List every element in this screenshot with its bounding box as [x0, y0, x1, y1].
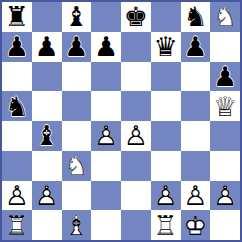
square-h7[interactable]: [210, 32, 240, 62]
piece-outline-glyph: ♙: [181, 181, 211, 211]
square-h8[interactable]: ♞♘: [210, 2, 240, 32]
white-pawn[interactable]: ♟♙: [91, 121, 121, 151]
square-b8[interactable]: [32, 2, 62, 32]
square-a4[interactable]: [2, 121, 32, 151]
square-d1[interactable]: [91, 210, 121, 240]
piece-glyph: ♟: [91, 32, 121, 62]
piece-outline-glyph: ♘: [210, 2, 240, 32]
square-b1[interactable]: [32, 210, 62, 240]
square-b6[interactable]: [32, 62, 62, 92]
piece-outline-glyph: ♙: [210, 181, 240, 211]
black-pawn[interactable]: ♟: [210, 62, 240, 92]
square-e4[interactable]: ♟♙: [121, 121, 151, 151]
piece-glyph: ♟: [210, 62, 240, 92]
square-d5[interactable]: [91, 91, 121, 121]
white-knight[interactable]: ♞♘: [62, 151, 92, 181]
white-king[interactable]: ♚♔: [181, 210, 211, 240]
square-d3[interactable]: [91, 151, 121, 181]
piece-outline-glyph: ♕: [210, 91, 240, 121]
piece-outline-glyph: ♙: [32, 181, 62, 211]
square-a3[interactable]: [2, 151, 32, 181]
square-g7[interactable]: ♟: [181, 32, 211, 62]
square-d7[interactable]: ♟: [91, 32, 121, 62]
square-g1[interactable]: ♚♔: [181, 210, 211, 240]
square-g3[interactable]: [181, 151, 211, 181]
piece-outline-glyph: ♙: [151, 181, 181, 211]
piece-outline-glyph: ♙: [91, 121, 121, 151]
square-f7[interactable]: ♛: [151, 32, 181, 62]
square-b7[interactable]: ♟: [32, 32, 62, 62]
chess-board: ♜♝♚♞♞♘♟♟♟♟♛♟♟♞♛♕♝♟♙♟♙♞♘♟♙♟♙♟♙♟♙♟♙♜♖♝♗♜♖♚…: [0, 0, 242, 242]
square-a6[interactable]: [2, 62, 32, 92]
square-h3[interactable]: [210, 151, 240, 181]
white-pawn[interactable]: ♟♙: [121, 121, 151, 151]
square-c4[interactable]: [62, 121, 92, 151]
square-b4[interactable]: ♝: [32, 121, 62, 151]
square-h2[interactable]: ♟♙: [210, 181, 240, 211]
square-g4[interactable]: [181, 121, 211, 151]
piece-outline-glyph: ♙: [2, 181, 32, 211]
black-pawn[interactable]: ♟: [181, 32, 211, 62]
square-h4[interactable]: [210, 121, 240, 151]
piece-glyph: ♞: [2, 91, 32, 121]
square-e5[interactable]: [121, 91, 151, 121]
square-c7[interactable]: ♟: [62, 32, 92, 62]
square-f2[interactable]: ♟♙: [151, 181, 181, 211]
square-d2[interactable]: [91, 181, 121, 211]
black-king[interactable]: ♚: [121, 2, 151, 32]
piece-glyph: ♟: [2, 32, 32, 62]
square-f5[interactable]: [151, 91, 181, 121]
black-bishop[interactable]: ♝: [62, 2, 92, 32]
square-g8[interactable]: ♞: [181, 2, 211, 32]
black-pawn[interactable]: ♟: [2, 32, 32, 62]
square-e1[interactable]: [121, 210, 151, 240]
square-b3[interactable]: [32, 151, 62, 181]
white-bishop[interactable]: ♝♗: [62, 210, 92, 240]
square-a2[interactable]: ♟♙: [2, 181, 32, 211]
piece-outline-glyph: ♘: [62, 151, 92, 181]
piece-glyph: ♚: [121, 2, 151, 32]
square-d4[interactable]: ♟♙: [91, 121, 121, 151]
piece-outline-glyph: ♗: [62, 210, 92, 240]
black-knight[interactable]: ♞: [181, 2, 211, 32]
white-pawn[interactable]: ♟♙: [2, 181, 32, 211]
square-c2[interactable]: [62, 181, 92, 211]
piece-outline-glyph: ♖: [151, 210, 181, 240]
square-d6[interactable]: [91, 62, 121, 92]
square-f1[interactable]: ♜♖: [151, 210, 181, 240]
piece-glyph: ♝: [32, 121, 62, 151]
white-pawn[interactable]: ♟♙: [32, 181, 62, 211]
piece-glyph: ♜: [2, 2, 32, 32]
square-h6[interactable]: ♟: [210, 62, 240, 92]
black-pawn[interactable]: ♟: [91, 32, 121, 62]
black-queen[interactable]: ♛: [151, 32, 181, 62]
white-pawn[interactable]: ♟♙: [210, 181, 240, 211]
square-g6[interactable]: [181, 62, 211, 92]
black-rook[interactable]: ♜: [2, 2, 32, 32]
piece-outline-glyph: ♖: [2, 210, 32, 240]
black-bishop[interactable]: ♝: [32, 121, 62, 151]
square-c8[interactable]: ♝: [62, 2, 92, 32]
piece-glyph: ♟: [62, 32, 92, 62]
square-a5[interactable]: ♞: [2, 91, 32, 121]
square-e3[interactable]: [121, 151, 151, 181]
square-h1[interactable]: [210, 210, 240, 240]
piece-glyph: ♟: [32, 32, 62, 62]
square-f3[interactable]: [151, 151, 181, 181]
white-rook[interactable]: ♜♖: [151, 210, 181, 240]
square-g5[interactable]: [181, 91, 211, 121]
square-e8[interactable]: ♚: [121, 2, 151, 32]
square-c5[interactable]: [62, 91, 92, 121]
square-g2[interactable]: ♟♙: [181, 181, 211, 211]
piece-glyph: ♞: [181, 2, 211, 32]
black-pawn[interactable]: ♟: [32, 32, 62, 62]
piece-glyph: ♝: [62, 2, 92, 32]
square-c6[interactable]: [62, 62, 92, 92]
square-a7[interactable]: ♟: [2, 32, 32, 62]
white-queen[interactable]: ♛♕: [210, 91, 240, 121]
square-c3[interactable]: ♞♘: [62, 151, 92, 181]
black-pawn[interactable]: ♟: [62, 32, 92, 62]
square-f6[interactable]: [151, 62, 181, 92]
square-e2[interactable]: [121, 181, 151, 211]
black-knight[interactable]: ♞: [2, 91, 32, 121]
piece-outline-glyph: ♔: [181, 210, 211, 240]
square-e6[interactable]: [121, 62, 151, 92]
square-h5[interactable]: ♛♕: [210, 91, 240, 121]
square-d8[interactable]: [91, 2, 121, 32]
white-pawn[interactable]: ♟♙: [181, 181, 211, 211]
square-a8[interactable]: ♜: [2, 2, 32, 32]
white-rook[interactable]: ♜♖: [2, 210, 32, 240]
square-e7[interactable]: [121, 32, 151, 62]
white-pawn[interactable]: ♟♙: [151, 181, 181, 211]
piece-outline-glyph: ♙: [121, 121, 151, 151]
piece-glyph: ♟: [181, 32, 211, 62]
square-a1[interactable]: ♜♖: [2, 210, 32, 240]
piece-glyph: ♛: [151, 32, 181, 62]
square-b2[interactable]: ♟♙: [32, 181, 62, 211]
white-knight[interactable]: ♞♘: [210, 2, 240, 32]
square-c1[interactable]: ♝♗: [62, 210, 92, 240]
square-f8[interactable]: [151, 2, 181, 32]
square-f4[interactable]: [151, 121, 181, 151]
square-b5[interactable]: [32, 91, 62, 121]
